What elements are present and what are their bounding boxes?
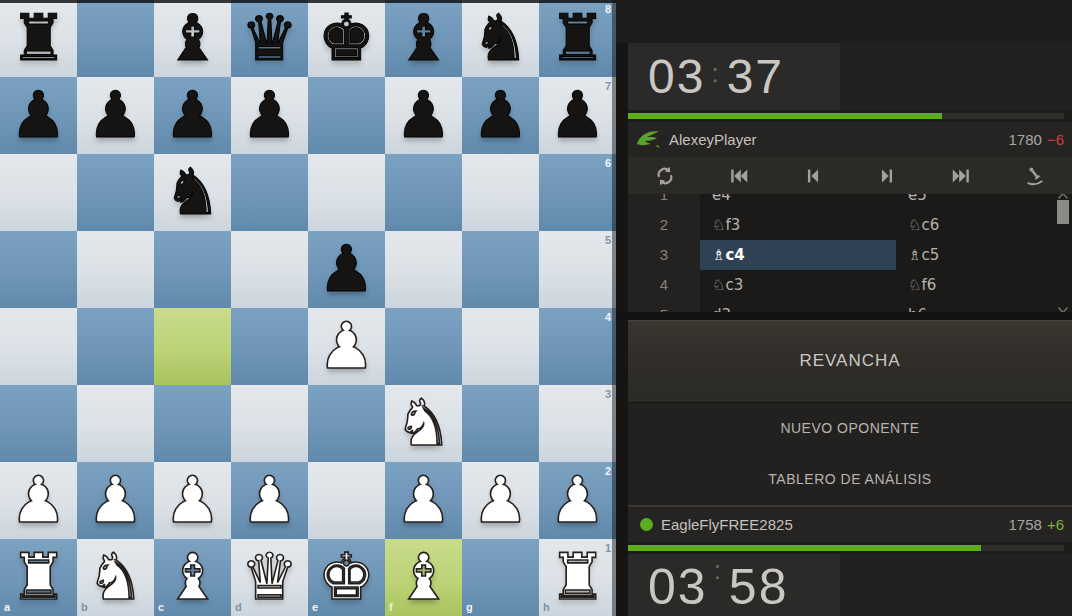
player-rating-change: +6 xyxy=(1047,516,1064,533)
clock-seconds: 37 xyxy=(727,49,784,104)
square-e2[interactable] xyxy=(308,462,385,539)
opponent-time-track xyxy=(628,113,1064,119)
piece-black-bishop[interactable]: ♝ xyxy=(385,0,462,77)
scrollbar-thumb[interactable] xyxy=(1057,200,1069,224)
move-navigation-bar xyxy=(628,157,1072,194)
next-move-icon[interactable] xyxy=(870,162,904,190)
analysis-board-button[interactable]: TABLERO DE ANÁLISIS xyxy=(628,454,1072,505)
square-d1[interactable]: ♛d xyxy=(231,539,308,616)
square-h4[interactable]: 4 xyxy=(539,308,616,385)
previous-move-icon[interactable] xyxy=(796,162,830,190)
opponent-player-row: AlexeyPlayer 1780 −6 xyxy=(628,122,1072,157)
rank-coordinate-7: 7 xyxy=(605,81,611,92)
player-name[interactable]: EagleFlyFREE2825 xyxy=(661,516,793,533)
square-h8[interactable]: ♜8 xyxy=(539,0,616,77)
square-a3[interactable] xyxy=(0,385,77,462)
move-1-white[interactable]: e4 xyxy=(700,194,896,210)
square-g1[interactable]: g xyxy=(462,539,539,616)
move-2-black[interactable]: ♘c6 xyxy=(896,210,1072,240)
move-number: 5 xyxy=(628,300,700,312)
square-d2[interactable]: ♟ xyxy=(231,462,308,539)
piece-black-bishop[interactable]: ♝ xyxy=(154,0,231,77)
square-f3[interactable]: ♞ xyxy=(385,385,462,462)
square-h3[interactable]: 3 xyxy=(539,385,616,462)
square-h1[interactable]: ♜1h xyxy=(539,539,616,616)
piece-black-queen[interactable]: ♛ xyxy=(231,0,308,77)
piece-black-pawn[interactable]: ♟ xyxy=(0,77,77,154)
square-f1[interactable]: ♝f xyxy=(385,539,462,616)
square-c1[interactable]: ♝c xyxy=(154,539,231,616)
piece-black-pawn[interactable]: ♟ xyxy=(385,77,462,154)
move-4-black[interactable]: ♘f6 xyxy=(896,270,1072,300)
panel-top-spacer xyxy=(616,0,1072,43)
move-list: 1e4e52♘f3♘c63♗c4♗c54♘c3♘f65d3h6 xyxy=(628,194,1072,312)
piece-white-pawn[interactable]: ♟ xyxy=(308,308,385,385)
section-divider xyxy=(616,312,1072,320)
square-g6[interactable] xyxy=(462,154,539,231)
file-coordinate-g: g xyxy=(466,602,473,613)
rank-coordinate-3: 3 xyxy=(605,389,611,400)
file-coordinate-d: d xyxy=(235,602,242,613)
first-move-icon[interactable] xyxy=(722,162,756,190)
move-5-black[interactable]: h6 xyxy=(896,300,1072,312)
analysis-icon[interactable] xyxy=(1018,162,1052,190)
clock-seconds: 58 xyxy=(729,558,789,616)
square-d6[interactable] xyxy=(231,154,308,231)
square-g7[interactable]: ♟ xyxy=(462,77,539,154)
clock-minutes: 03 xyxy=(648,558,708,616)
rank-coordinate-6: 6 xyxy=(605,158,611,169)
file-coordinate-f: f xyxy=(389,602,393,613)
move-row-5: 5d3h6 xyxy=(628,300,1072,312)
square-b6[interactable] xyxy=(77,154,154,231)
file-coordinate-c: c xyxy=(158,602,164,613)
piece-white-rook[interactable]: ♜ xyxy=(0,539,77,616)
square-a4[interactable] xyxy=(0,308,77,385)
piece-black-rook[interactable]: ♜ xyxy=(0,0,77,77)
square-g2[interactable]: ♟ xyxy=(462,462,539,539)
square-f8[interactable]: ♝ xyxy=(385,0,462,77)
opponent-name[interactable]: AlexeyPlayer xyxy=(669,131,757,148)
square-f4[interactable] xyxy=(385,308,462,385)
opponent-time-bar-row xyxy=(628,110,1072,122)
scroll-down-icon[interactable] xyxy=(1057,306,1069,312)
move-5-white[interactable]: d3 xyxy=(700,300,896,312)
piece-black-king[interactable]: ♚ xyxy=(308,0,385,77)
player-time-bar-row xyxy=(628,542,1072,554)
square-e7[interactable] xyxy=(308,77,385,154)
new-opponent-button[interactable]: NUEVO OPONENTE xyxy=(628,403,1072,454)
square-c5[interactable] xyxy=(154,231,231,308)
clock-minutes: 03 xyxy=(648,49,705,104)
piece-black-pawn[interactable]: ♟ xyxy=(154,77,231,154)
square-b4[interactable] xyxy=(77,308,154,385)
piece-white-pawn[interactable]: ♟ xyxy=(0,462,77,539)
move-list-scrollbar xyxy=(1056,194,1070,312)
online-dot xyxy=(640,518,653,531)
square-e8[interactable]: ♚ xyxy=(308,0,385,77)
opponent-rating: 1780 xyxy=(1009,131,1042,148)
player-time-track xyxy=(628,545,1064,551)
square-f7[interactable]: ♟ xyxy=(385,77,462,154)
square-c8[interactable]: ♝ xyxy=(154,0,231,77)
rank-coordinate-1: 1 xyxy=(605,543,611,554)
square-e1[interactable]: ♚e xyxy=(308,539,385,616)
opponent-clock: 03:37 xyxy=(628,43,840,110)
patron-wing-icon xyxy=(636,129,661,149)
file-coordinate-a: a xyxy=(4,602,10,613)
square-d4[interactable] xyxy=(231,308,308,385)
square-h5[interactable]: 5 xyxy=(539,231,616,308)
file-coordinate-e: e xyxy=(312,602,318,613)
square-d5[interactable] xyxy=(231,231,308,308)
piece-black-knight[interactable]: ♞ xyxy=(154,154,231,231)
rank-coordinate-2: 2 xyxy=(605,466,611,477)
square-f5[interactable] xyxy=(385,231,462,308)
piece-white-king[interactable]: ♚ xyxy=(308,539,385,616)
last-move-icon[interactable] xyxy=(944,162,978,190)
move-row-4: 4♘c3♘f6 xyxy=(628,270,1072,300)
square-g4[interactable] xyxy=(462,308,539,385)
square-b2[interactable]: ♟ xyxy=(77,462,154,539)
square-d7[interactable]: ♟ xyxy=(231,77,308,154)
player-rating: 1758 xyxy=(1009,516,1042,533)
piece-white-pawn[interactable]: ♟ xyxy=(231,462,308,539)
piece-white-knight[interactable]: ♞ xyxy=(385,385,462,462)
square-c4[interactable] xyxy=(154,308,231,385)
square-e4[interactable]: ♟ xyxy=(308,308,385,385)
game-side-panel: 03:37 AlexeyPlayer 1780 −6 xyxy=(616,0,1072,616)
opponent-time-progress xyxy=(628,113,942,119)
square-g5[interactable] xyxy=(462,231,539,308)
file-coordinate-b: b xyxy=(81,602,88,613)
square-b5[interactable] xyxy=(77,231,154,308)
square-a8[interactable]: ♜ xyxy=(0,0,77,77)
move-row-2: 2♘f3♘c6 xyxy=(628,210,1072,240)
piece-black-pawn[interactable]: ♟ xyxy=(308,231,385,308)
square-c2[interactable]: ♟ xyxy=(154,462,231,539)
square-a2[interactable]: ♟ xyxy=(0,462,77,539)
file-coordinate-h: h xyxy=(543,602,550,613)
square-b8[interactable] xyxy=(77,0,154,77)
clock-colon: : xyxy=(714,555,723,586)
opponent-rating-change: −6 xyxy=(1047,131,1064,148)
player-clock-row: 03:58 xyxy=(628,554,1072,616)
square-h2[interactable]: ♟2 xyxy=(539,462,616,539)
move-number: 4 xyxy=(628,270,700,300)
rank-coordinate-4: 4 xyxy=(605,312,611,323)
player-time-progress xyxy=(628,545,981,551)
square-c3[interactable] xyxy=(154,385,231,462)
piece-white-pawn[interactable]: ♟ xyxy=(77,462,154,539)
clock-colon: : xyxy=(711,58,720,89)
move-number: 2 xyxy=(628,210,700,240)
piece-black-pawn[interactable]: ♟ xyxy=(231,77,308,154)
square-h6[interactable]: 6 xyxy=(539,154,616,231)
piece-white-pawn[interactable]: ♟ xyxy=(154,462,231,539)
square-e6[interactable] xyxy=(308,154,385,231)
move-2-white[interactable]: ♘f3 xyxy=(700,210,896,240)
piece-white-bishop[interactable]: ♝ xyxy=(385,539,462,616)
piece-black-pawn[interactable]: ♟ xyxy=(462,77,539,154)
cycle-icon[interactable] xyxy=(648,162,682,190)
chess-board[interactable]: ♜♝♛♚♝♞♜8♟♟♟♟♟♟♟7♞6♟5♟4♞3♟♟♟♟♟♟♟2♜a♞b♝c♛d… xyxy=(0,0,616,616)
rematch-button[interactable]: REVANCHA xyxy=(628,320,1072,403)
move-row-1: 1e4e5 xyxy=(628,194,1072,210)
square-c6[interactable]: ♞ xyxy=(154,154,231,231)
piece-white-pawn[interactable]: ♟ xyxy=(385,462,462,539)
square-a5[interactable] xyxy=(0,231,77,308)
square-g8[interactable]: ♞ xyxy=(462,0,539,77)
rank-coordinate-8: 8 xyxy=(605,4,611,15)
square-h7[interactable]: ♟7 xyxy=(539,77,616,154)
move-number: 1 xyxy=(628,194,700,210)
square-a6[interactable] xyxy=(0,154,77,231)
square-a1[interactable]: ♜a xyxy=(0,539,77,616)
player-row: EagleFlyFREE2825 1758 +6 xyxy=(628,506,1072,542)
square-g3[interactable] xyxy=(462,385,539,462)
piece-black-pawn[interactable]: ♟ xyxy=(77,77,154,154)
move-3-white[interactable]: ♗c4 xyxy=(700,240,896,270)
square-e5[interactable]: ♟ xyxy=(308,231,385,308)
move-1-black[interactable]: e5 xyxy=(896,194,1072,210)
square-b1[interactable]: ♞b xyxy=(77,539,154,616)
square-c7[interactable]: ♟ xyxy=(154,77,231,154)
square-f6[interactable] xyxy=(385,154,462,231)
piece-white-bishop[interactable]: ♝ xyxy=(154,539,231,616)
piece-white-queen[interactable]: ♛ xyxy=(231,539,308,616)
secondary-actions: NUEVO OPONENTE TABLERO DE ANÁLISIS xyxy=(628,403,1072,506)
square-b7[interactable]: ♟ xyxy=(77,77,154,154)
move-4-white[interactable]: ♘c3 xyxy=(700,270,896,300)
square-a7[interactable]: ♟ xyxy=(0,77,77,154)
square-f2[interactable]: ♟ xyxy=(385,462,462,539)
square-d8[interactable]: ♛ xyxy=(231,0,308,77)
square-b3[interactable] xyxy=(77,385,154,462)
move-number: 3 xyxy=(628,240,700,270)
piece-white-knight[interactable]: ♞ xyxy=(77,539,154,616)
square-e3[interactable] xyxy=(308,385,385,462)
piece-black-knight[interactable]: ♞ xyxy=(462,0,539,77)
player-clock: 03:58 xyxy=(628,554,840,616)
square-d3[interactable] xyxy=(231,385,308,462)
opponent-clock-row: 03:37 xyxy=(628,43,1072,110)
move-3-black[interactable]: ♗c5 xyxy=(896,240,1072,270)
rank-coordinate-5: 5 xyxy=(605,235,611,246)
piece-white-pawn[interactable]: ♟ xyxy=(462,462,539,539)
move-row-3: 3♗c4♗c5 xyxy=(628,240,1072,270)
